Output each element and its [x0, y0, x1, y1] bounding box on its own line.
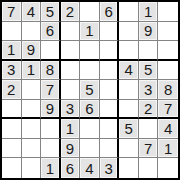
- empty-cell-r3c6[interactable]: [100, 41, 120, 61]
- given-cell-r6c4: 3: [61, 100, 81, 120]
- given-cell-r5c5: 5: [80, 80, 100, 100]
- given-cell-r9c6: 3: [100, 158, 120, 178]
- empty-cell-r7c6[interactable]: [100, 119, 120, 139]
- empty-cell-r8c2[interactable]: [22, 139, 42, 159]
- empty-cell-r6c6[interactable]: [100, 100, 120, 120]
- given-cell-r5c3: 7: [41, 80, 61, 100]
- given-cell-r1c6: 6: [100, 2, 120, 22]
- empty-cell-r6c7[interactable]: [119, 100, 139, 120]
- given-cell-r3c2: 9: [22, 41, 42, 61]
- empty-cell-r8c7[interactable]: [119, 139, 139, 159]
- given-cell-r7c9: 4: [158, 119, 178, 139]
- empty-cell-r7c8[interactable]: [139, 119, 159, 139]
- given-cell-r8c9: 1: [158, 139, 178, 159]
- given-cell-r6c9: 7: [158, 100, 178, 120]
- given-cell-r2c8: 9: [139, 22, 159, 42]
- empty-cell-r1c5[interactable]: [80, 2, 100, 22]
- empty-cell-r4c4[interactable]: [61, 61, 81, 81]
- given-cell-r4c3: 8: [41, 61, 61, 81]
- empty-cell-r6c1[interactable]: [2, 100, 22, 120]
- empty-cell-r3c8[interactable]: [139, 41, 159, 61]
- empty-cell-r3c5[interactable]: [80, 41, 100, 61]
- empty-cell-r4c9[interactable]: [158, 61, 178, 81]
- given-cell-r2c5: 1: [80, 22, 100, 42]
- empty-cell-r8c6[interactable]: [100, 139, 120, 159]
- given-cell-r2c3: 6: [41, 22, 61, 42]
- sudoku-board: 745261619193184527538936271549711643: [0, 0, 180, 180]
- given-cell-r4c7: 4: [119, 61, 139, 81]
- empty-cell-r5c7[interactable]: [119, 80, 139, 100]
- empty-cell-r1c9[interactable]: [158, 2, 178, 22]
- given-cell-r4c8: 5: [139, 61, 159, 81]
- empty-cell-r3c3[interactable]: [41, 41, 61, 61]
- given-cell-r6c3: 9: [41, 100, 61, 120]
- given-cell-r8c4: 9: [61, 139, 81, 159]
- given-cell-r7c4: 1: [61, 119, 81, 139]
- empty-cell-r7c1[interactable]: [2, 119, 22, 139]
- given-cell-r7c7: 5: [119, 119, 139, 139]
- empty-cell-r2c7[interactable]: [119, 22, 139, 42]
- empty-cell-r8c5[interactable]: [80, 139, 100, 159]
- given-cell-r9c5: 4: [80, 158, 100, 178]
- given-cell-r1c1: 7: [2, 2, 22, 22]
- given-cell-r3c1: 1: [2, 41, 22, 61]
- given-cell-r1c4: 2: [61, 2, 81, 22]
- given-cell-r9c3: 1: [41, 158, 61, 178]
- given-cell-r9c4: 6: [61, 158, 81, 178]
- given-cell-r5c9: 8: [158, 80, 178, 100]
- empty-cell-r7c3[interactable]: [41, 119, 61, 139]
- given-cell-r4c1: 3: [2, 61, 22, 81]
- given-cell-r6c5: 6: [80, 100, 100, 120]
- given-cell-r5c8: 3: [139, 80, 159, 100]
- empty-cell-r4c5[interactable]: [80, 61, 100, 81]
- empty-cell-r2c1[interactable]: [2, 22, 22, 42]
- empty-cell-r6c2[interactable]: [22, 100, 42, 120]
- given-cell-r5c1: 2: [2, 80, 22, 100]
- given-cell-r1c8: 1: [139, 2, 159, 22]
- empty-cell-r2c6[interactable]: [100, 22, 120, 42]
- empty-cell-r9c2[interactable]: [22, 158, 42, 178]
- empty-cell-r5c6[interactable]: [100, 80, 120, 100]
- empty-cell-r9c8[interactable]: [139, 158, 159, 178]
- empty-cell-r8c1[interactable]: [2, 139, 22, 159]
- empty-cell-r7c2[interactable]: [22, 119, 42, 139]
- empty-cell-r1c7[interactable]: [119, 2, 139, 22]
- given-cell-r8c8: 7: [139, 139, 159, 159]
- empty-cell-r5c4[interactable]: [61, 80, 81, 100]
- empty-cell-r4c6[interactable]: [100, 61, 120, 81]
- empty-cell-r2c4[interactable]: [61, 22, 81, 42]
- empty-cell-r2c9[interactable]: [158, 22, 178, 42]
- empty-cell-r9c9[interactable]: [158, 158, 178, 178]
- given-cell-r6c8: 2: [139, 100, 159, 120]
- given-cell-r1c2: 4: [22, 2, 42, 22]
- empty-cell-r3c7[interactable]: [119, 41, 139, 61]
- empty-cell-r9c1[interactable]: [2, 158, 22, 178]
- given-cell-r1c3: 5: [41, 2, 61, 22]
- given-cell-r4c2: 1: [22, 61, 42, 81]
- empty-cell-r8c3[interactable]: [41, 139, 61, 159]
- empty-cell-r5c2[interactable]: [22, 80, 42, 100]
- empty-cell-r9c7[interactable]: [119, 158, 139, 178]
- empty-cell-r3c9[interactable]: [158, 41, 178, 61]
- empty-cell-r7c5[interactable]: [80, 119, 100, 139]
- empty-cell-r3c4[interactable]: [61, 41, 81, 61]
- empty-cell-r2c2[interactable]: [22, 22, 42, 42]
